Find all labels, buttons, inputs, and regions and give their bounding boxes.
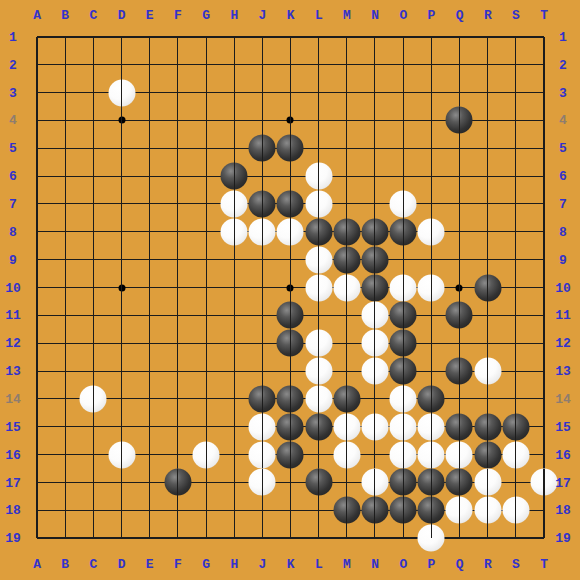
intersection-K3[interactable]	[276, 79, 304, 107]
intersection-N7[interactable]	[361, 190, 389, 218]
white-stone-Q18[interactable]	[446, 497, 473, 524]
intersection-M3[interactable]	[333, 79, 361, 107]
intersection-R1[interactable]	[474, 23, 502, 51]
intersection-O3[interactable]	[389, 79, 417, 107]
intersection-Q3[interactable]	[445, 79, 473, 107]
intersection-H17[interactable]	[220, 469, 248, 497]
intersection-T1[interactable]	[530, 23, 558, 51]
intersection-F17[interactable]	[164, 469, 192, 497]
intersection-C13[interactable]	[79, 357, 107, 385]
intersection-H4[interactable]	[220, 107, 248, 135]
black-stone-O11[interactable]	[390, 302, 417, 329]
intersection-E19[interactable]	[136, 524, 164, 552]
black-stone-K5[interactable]	[277, 135, 304, 162]
intersection-F1[interactable]	[164, 23, 192, 51]
intersection-E14[interactable]	[136, 385, 164, 413]
intersection-L19[interactable]	[305, 524, 333, 552]
white-stone-R13[interactable]	[474, 358, 501, 385]
intersection-C4[interactable]	[79, 107, 107, 135]
intersection-F4[interactable]	[164, 107, 192, 135]
black-stone-K11[interactable]	[277, 302, 304, 329]
black-stone-J7[interactable]	[249, 190, 276, 217]
intersection-T13[interactable]	[530, 357, 558, 385]
intersection-B15[interactable]	[51, 413, 79, 441]
intersection-C10[interactable]	[79, 274, 107, 302]
black-stone-K12[interactable]	[277, 330, 304, 357]
intersection-J18[interactable]	[248, 496, 276, 524]
intersection-P15[interactable]	[417, 413, 445, 441]
intersection-O4[interactable]	[389, 107, 417, 135]
intersection-F10[interactable]	[164, 274, 192, 302]
intersection-T2[interactable]	[530, 51, 558, 79]
white-stone-O10[interactable]	[390, 274, 417, 301]
intersection-H3[interactable]	[220, 79, 248, 107]
intersection-C9[interactable]	[79, 246, 107, 274]
intersection-Q4[interactable]	[445, 107, 473, 135]
intersection-R2[interactable]	[474, 51, 502, 79]
intersection-P9[interactable]	[417, 246, 445, 274]
intersection-L15[interactable]	[305, 413, 333, 441]
black-stone-O13[interactable]	[390, 358, 417, 385]
white-stone-P10[interactable]	[418, 274, 445, 301]
intersection-P10[interactable]	[417, 274, 445, 302]
intersection-M14[interactable]	[333, 385, 361, 413]
intersection-H6[interactable]	[220, 162, 248, 190]
intersection-G19[interactable]	[192, 524, 220, 552]
intersection-K16[interactable]	[276, 441, 304, 469]
intersection-D10[interactable]	[107, 274, 135, 302]
intersection-G11[interactable]	[192, 301, 220, 329]
intersection-S19[interactable]	[502, 524, 530, 552]
intersection-C17[interactable]	[79, 469, 107, 497]
intersection-T17[interactable]	[530, 469, 558, 497]
intersection-E17[interactable]	[136, 469, 164, 497]
intersection-Q5[interactable]	[445, 134, 473, 162]
intersection-M5[interactable]	[333, 134, 361, 162]
intersection-R5[interactable]	[474, 134, 502, 162]
intersection-L6[interactable]	[305, 162, 333, 190]
intersection-S1[interactable]	[502, 23, 530, 51]
white-stone-L13[interactable]	[305, 358, 332, 385]
intersection-K8[interactable]	[276, 218, 304, 246]
intersection-F11[interactable]	[164, 301, 192, 329]
black-stone-P14[interactable]	[418, 385, 445, 412]
intersection-M10[interactable]	[333, 274, 361, 302]
intersection-B8[interactable]	[51, 218, 79, 246]
intersection-P3[interactable]	[417, 79, 445, 107]
intersection-B19[interactable]	[51, 524, 79, 552]
intersection-E8[interactable]	[136, 218, 164, 246]
intersection-L11[interactable]	[305, 301, 333, 329]
white-stone-S18[interactable]	[502, 497, 529, 524]
black-stone-J14[interactable]	[249, 385, 276, 412]
intersection-K10[interactable]	[276, 274, 304, 302]
intersection-T18[interactable]	[530, 496, 558, 524]
intersection-D13[interactable]	[107, 357, 135, 385]
intersection-J7[interactable]	[248, 190, 276, 218]
intersection-G13[interactable]	[192, 357, 220, 385]
intersection-K4[interactable]	[276, 107, 304, 135]
black-stone-H6[interactable]	[221, 163, 248, 190]
intersection-P8[interactable]	[417, 218, 445, 246]
intersection-T6[interactable]	[530, 162, 558, 190]
intersection-C5[interactable]	[79, 134, 107, 162]
intersection-A15[interactable]	[23, 413, 51, 441]
intersection-Q14[interactable]	[445, 385, 473, 413]
intersection-N9[interactable]	[361, 246, 389, 274]
intersection-C14[interactable]	[79, 385, 107, 413]
intersection-F7[interactable]	[164, 190, 192, 218]
intersection-M16[interactable]	[333, 441, 361, 469]
intersection-K17[interactable]	[276, 469, 304, 497]
intersection-O6[interactable]	[389, 162, 417, 190]
intersection-S7[interactable]	[502, 190, 530, 218]
intersection-H10[interactable]	[220, 274, 248, 302]
intersection-B3[interactable]	[51, 79, 79, 107]
intersection-A19[interactable]	[23, 524, 51, 552]
intersection-R19[interactable]	[474, 524, 502, 552]
black-stone-L17[interactable]	[305, 469, 332, 496]
intersection-P12[interactable]	[417, 329, 445, 357]
intersection-O2[interactable]	[389, 51, 417, 79]
white-stone-J16[interactable]	[249, 441, 276, 468]
intersection-K13[interactable]	[276, 357, 304, 385]
intersection-D15[interactable]	[107, 413, 135, 441]
intersection-L8[interactable]	[305, 218, 333, 246]
intersection-A11[interactable]	[23, 301, 51, 329]
intersection-N5[interactable]	[361, 134, 389, 162]
intersection-M13[interactable]	[333, 357, 361, 385]
intersection-N15[interactable]	[361, 413, 389, 441]
intersection-S10[interactable]	[502, 274, 530, 302]
intersection-H15[interactable]	[220, 413, 248, 441]
white-stone-C14[interactable]	[80, 385, 107, 412]
intersection-M15[interactable]	[333, 413, 361, 441]
intersection-Q2[interactable]	[445, 51, 473, 79]
black-stone-R16[interactable]	[474, 441, 501, 468]
intersection-S6[interactable]	[502, 162, 530, 190]
white-stone-P16[interactable]	[418, 441, 445, 468]
black-stone-O18[interactable]	[390, 497, 417, 524]
intersection-E7[interactable]	[136, 190, 164, 218]
intersection-A13[interactable]	[23, 357, 51, 385]
intersection-C1[interactable]	[79, 23, 107, 51]
intersection-K14[interactable]	[276, 385, 304, 413]
intersection-F8[interactable]	[164, 218, 192, 246]
intersection-M19[interactable]	[333, 524, 361, 552]
intersection-D3[interactable]	[107, 79, 135, 107]
black-stone-N8[interactable]	[361, 218, 388, 245]
intersection-B4[interactable]	[51, 107, 79, 135]
intersection-P19[interactable]	[417, 524, 445, 552]
intersection-K6[interactable]	[276, 162, 304, 190]
intersection-J13[interactable]	[248, 357, 276, 385]
intersection-S4[interactable]	[502, 107, 530, 135]
intersection-N2[interactable]	[361, 51, 389, 79]
white-stone-R17[interactable]	[474, 469, 501, 496]
intersection-J5[interactable]	[248, 134, 276, 162]
intersection-S8[interactable]	[502, 218, 530, 246]
intersection-F14[interactable]	[164, 385, 192, 413]
intersection-E6[interactable]	[136, 162, 164, 190]
intersection-D2[interactable]	[107, 51, 135, 79]
intersection-E18[interactable]	[136, 496, 164, 524]
intersection-G12[interactable]	[192, 329, 220, 357]
intersection-A1[interactable]	[23, 23, 51, 51]
white-stone-P8[interactable]	[418, 218, 445, 245]
black-stone-M8[interactable]	[333, 218, 360, 245]
intersection-S12[interactable]	[502, 329, 530, 357]
intersection-K12[interactable]	[276, 329, 304, 357]
intersection-O7[interactable]	[389, 190, 417, 218]
white-stone-O14[interactable]	[390, 385, 417, 412]
intersection-D7[interactable]	[107, 190, 135, 218]
white-stone-T17[interactable]	[530, 469, 557, 496]
intersection-P6[interactable]	[417, 162, 445, 190]
intersection-D16[interactable]	[107, 441, 135, 469]
intersection-L2[interactable]	[305, 51, 333, 79]
intersection-D6[interactable]	[107, 162, 135, 190]
black-stone-Q13[interactable]	[446, 358, 473, 385]
intersection-Q11[interactable]	[445, 301, 473, 329]
black-stone-Q17[interactable]	[446, 469, 473, 496]
intersection-R11[interactable]	[474, 301, 502, 329]
intersection-Q7[interactable]	[445, 190, 473, 218]
intersection-K9[interactable]	[276, 246, 304, 274]
intersection-T15[interactable]	[530, 413, 558, 441]
white-stone-N17[interactable]	[361, 469, 388, 496]
intersection-E11[interactable]	[136, 301, 164, 329]
intersection-T7[interactable]	[530, 190, 558, 218]
intersection-R12[interactable]	[474, 329, 502, 357]
black-stone-Q11[interactable]	[446, 302, 473, 329]
intersection-P4[interactable]	[417, 107, 445, 135]
intersection-F19[interactable]	[164, 524, 192, 552]
intersection-A7[interactable]	[23, 190, 51, 218]
intersection-C12[interactable]	[79, 329, 107, 357]
intersection-M17[interactable]	[333, 469, 361, 497]
black-stone-P18[interactable]	[418, 497, 445, 524]
intersection-D17[interactable]	[107, 469, 135, 497]
intersection-R10[interactable]	[474, 274, 502, 302]
intersection-H2[interactable]	[220, 51, 248, 79]
intersection-M9[interactable]	[333, 246, 361, 274]
intersection-J19[interactable]	[248, 524, 276, 552]
intersection-P18[interactable]	[417, 496, 445, 524]
intersection-L4[interactable]	[305, 107, 333, 135]
intersection-K1[interactable]	[276, 23, 304, 51]
intersection-G7[interactable]	[192, 190, 220, 218]
intersection-O13[interactable]	[389, 357, 417, 385]
intersection-C15[interactable]	[79, 413, 107, 441]
intersection-Q13[interactable]	[445, 357, 473, 385]
intersection-D14[interactable]	[107, 385, 135, 413]
intersection-P17[interactable]	[417, 469, 445, 497]
intersection-H16[interactable]	[220, 441, 248, 469]
intersection-A10[interactable]	[23, 274, 51, 302]
intersection-S17[interactable]	[502, 469, 530, 497]
intersection-J11[interactable]	[248, 301, 276, 329]
intersection-S15[interactable]	[502, 413, 530, 441]
intersection-K11[interactable]	[276, 301, 304, 329]
intersection-Q12[interactable]	[445, 329, 473, 357]
white-stone-L7[interactable]	[305, 190, 332, 217]
intersection-J4[interactable]	[248, 107, 276, 135]
intersection-A12[interactable]	[23, 329, 51, 357]
white-stone-J15[interactable]	[249, 413, 276, 440]
intersection-O17[interactable]	[389, 469, 417, 497]
intersection-M12[interactable]	[333, 329, 361, 357]
intersection-R9[interactable]	[474, 246, 502, 274]
intersection-Q19[interactable]	[445, 524, 473, 552]
intersection-N12[interactable]	[361, 329, 389, 357]
intersection-D5[interactable]	[107, 134, 135, 162]
intersection-S5[interactable]	[502, 134, 530, 162]
black-stone-O12[interactable]	[390, 330, 417, 357]
intersection-R3[interactable]	[474, 79, 502, 107]
intersection-G10[interactable]	[192, 274, 220, 302]
white-stone-D16[interactable]	[108, 441, 135, 468]
intersection-A9[interactable]	[23, 246, 51, 274]
black-stone-M9[interactable]	[333, 246, 360, 273]
black-stone-L15[interactable]	[305, 413, 332, 440]
intersection-F6[interactable]	[164, 162, 192, 190]
intersection-A4[interactable]	[23, 107, 51, 135]
intersection-T3[interactable]	[530, 79, 558, 107]
intersection-B6[interactable]	[51, 162, 79, 190]
intersection-K5[interactable]	[276, 134, 304, 162]
intersection-A6[interactable]	[23, 162, 51, 190]
intersection-L10[interactable]	[305, 274, 333, 302]
intersection-O11[interactable]	[389, 301, 417, 329]
intersection-O19[interactable]	[389, 524, 417, 552]
intersection-K19[interactable]	[276, 524, 304, 552]
black-stone-R15[interactable]	[474, 413, 501, 440]
intersection-L17[interactable]	[305, 469, 333, 497]
intersection-Q6[interactable]	[445, 162, 473, 190]
intersection-R18[interactable]	[474, 496, 502, 524]
black-stone-K15[interactable]	[277, 413, 304, 440]
white-stone-J8[interactable]	[249, 218, 276, 245]
intersection-D8[interactable]	[107, 218, 135, 246]
white-stone-N15[interactable]	[361, 413, 388, 440]
intersection-L18[interactable]	[305, 496, 333, 524]
intersection-F3[interactable]	[164, 79, 192, 107]
intersection-B11[interactable]	[51, 301, 79, 329]
white-stone-J17[interactable]	[249, 469, 276, 496]
black-stone-O8[interactable]	[390, 218, 417, 245]
intersection-P2[interactable]	[417, 51, 445, 79]
intersection-T11[interactable]	[530, 301, 558, 329]
intersection-G4[interactable]	[192, 107, 220, 135]
intersection-F13[interactable]	[164, 357, 192, 385]
white-stone-H7[interactable]	[221, 190, 248, 217]
intersection-H19[interactable]	[220, 524, 248, 552]
intersection-K7[interactable]	[276, 190, 304, 218]
intersection-N4[interactable]	[361, 107, 389, 135]
intersection-L13[interactable]	[305, 357, 333, 385]
intersection-M8[interactable]	[333, 218, 361, 246]
white-stone-L12[interactable]	[305, 330, 332, 357]
intersection-L9[interactable]	[305, 246, 333, 274]
intersection-T5[interactable]	[530, 134, 558, 162]
black-stone-Q15[interactable]	[446, 413, 473, 440]
black-stone-K7[interactable]	[277, 190, 304, 217]
intersection-M18[interactable]	[333, 496, 361, 524]
intersection-D9[interactable]	[107, 246, 135, 274]
black-stone-S15[interactable]	[502, 413, 529, 440]
black-stone-M14[interactable]	[333, 385, 360, 412]
white-stone-M15[interactable]	[333, 413, 360, 440]
white-stone-O15[interactable]	[390, 413, 417, 440]
black-stone-N9[interactable]	[361, 246, 388, 273]
intersection-G14[interactable]	[192, 385, 220, 413]
intersection-R4[interactable]	[474, 107, 502, 135]
white-stone-S16[interactable]	[502, 441, 529, 468]
intersection-E1[interactable]	[136, 23, 164, 51]
white-stone-O16[interactable]	[390, 441, 417, 468]
intersection-G9[interactable]	[192, 246, 220, 274]
black-stone-L8[interactable]	[305, 218, 332, 245]
intersection-T19[interactable]	[530, 524, 558, 552]
black-stone-N10[interactable]	[361, 274, 388, 301]
intersection-E5[interactable]	[136, 134, 164, 162]
intersection-E12[interactable]	[136, 329, 164, 357]
intersection-P1[interactable]	[417, 23, 445, 51]
intersection-B16[interactable]	[51, 441, 79, 469]
intersection-A2[interactable]	[23, 51, 51, 79]
intersection-O14[interactable]	[389, 385, 417, 413]
intersection-N17[interactable]	[361, 469, 389, 497]
intersection-G8[interactable]	[192, 218, 220, 246]
intersection-B7[interactable]	[51, 190, 79, 218]
intersection-E2[interactable]	[136, 51, 164, 79]
intersection-O1[interactable]	[389, 23, 417, 51]
intersection-Q18[interactable]	[445, 496, 473, 524]
intersection-J10[interactable]	[248, 274, 276, 302]
intersection-R8[interactable]	[474, 218, 502, 246]
black-stone-N18[interactable]	[361, 497, 388, 524]
intersection-H8[interactable]	[220, 218, 248, 246]
intersection-F15[interactable]	[164, 413, 192, 441]
intersection-R14[interactable]	[474, 385, 502, 413]
intersection-S2[interactable]	[502, 51, 530, 79]
white-stone-L6[interactable]	[305, 163, 332, 190]
intersection-D1[interactable]	[107, 23, 135, 51]
intersection-F18[interactable]	[164, 496, 192, 524]
intersection-R17[interactable]	[474, 469, 502, 497]
intersection-F5[interactable]	[164, 134, 192, 162]
intersection-H7[interactable]	[220, 190, 248, 218]
intersection-P11[interactable]	[417, 301, 445, 329]
intersection-B18[interactable]	[51, 496, 79, 524]
intersection-T10[interactable]	[530, 274, 558, 302]
black-stone-R10[interactable]	[474, 274, 501, 301]
intersection-F2[interactable]	[164, 51, 192, 79]
intersection-C11[interactable]	[79, 301, 107, 329]
intersection-A14[interactable]	[23, 385, 51, 413]
go-board[interactable]	[23, 23, 558, 552]
intersection-B10[interactable]	[51, 274, 79, 302]
intersection-B2[interactable]	[51, 51, 79, 79]
intersection-S3[interactable]	[502, 79, 530, 107]
intersection-S9[interactable]	[502, 246, 530, 274]
intersection-S16[interactable]	[502, 441, 530, 469]
intersection-J6[interactable]	[248, 162, 276, 190]
intersection-G6[interactable]	[192, 162, 220, 190]
intersection-R7[interactable]	[474, 190, 502, 218]
intersection-C8[interactable]	[79, 218, 107, 246]
